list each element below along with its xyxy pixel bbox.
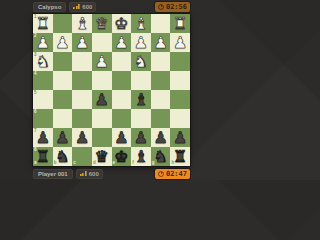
rank-label: 7	[34, 129, 37, 134]
square-d1[interactable]: ♛	[92, 14, 112, 33]
file-label: f	[132, 161, 134, 166]
square-f8[interactable]: f♝	[131, 147, 151, 166]
square-b2[interactable]: ♟	[53, 33, 73, 52]
square-e8[interactable]: e♚	[112, 147, 132, 166]
black-queen[interactable]: ♛	[95, 149, 109, 165]
black-knight[interactable]: ♞	[153, 149, 167, 165]
square-a4[interactable]: 4	[33, 71, 53, 90]
square-e2[interactable]: ♟	[112, 33, 132, 52]
square-c8[interactable]: c	[72, 147, 92, 166]
square-d6[interactable]	[92, 109, 112, 128]
clock-icon	[158, 4, 164, 10]
rank-label: 8	[34, 148, 37, 153]
square-d2[interactable]	[92, 33, 112, 52]
square-b6[interactable]	[53, 109, 73, 128]
bottom-clock-time: 02:47	[166, 170, 187, 178]
white-bishop[interactable]: ♝	[75, 16, 89, 32]
black-bishop[interactable]: ♝	[134, 149, 148, 165]
square-a8[interactable]: 8a♜	[33, 147, 53, 166]
black-bishop[interactable]: ♝	[134, 92, 148, 108]
black-pawn[interactable]: ♟	[134, 130, 148, 146]
white-rook[interactable]: ♜	[36, 16, 50, 32]
square-c6[interactable]	[72, 109, 92, 128]
top-player-rating: 600	[82, 3, 92, 11]
square-b4[interactable]	[53, 71, 73, 90]
square-d5[interactable]: ♟	[92, 90, 112, 109]
rank-label: 3	[34, 53, 37, 58]
square-c7[interactable]: ♟	[72, 128, 92, 147]
square-b3[interactable]	[53, 52, 73, 71]
rank-label: 1	[34, 15, 37, 20]
black-pawn[interactable]: ♟	[114, 130, 128, 146]
square-f1[interactable]: ♝	[131, 14, 151, 33]
rank-label: 2	[34, 34, 37, 39]
file-label: h	[171, 161, 174, 166]
square-g2[interactable]: ♟	[151, 33, 171, 52]
rank-label: 4	[34, 72, 37, 77]
square-h6[interactable]	[170, 109, 190, 128]
black-knight[interactable]: ♞	[55, 149, 69, 165]
white-bishop[interactable]: ♝	[134, 16, 148, 32]
square-b8[interactable]: b♞	[53, 147, 73, 166]
square-f6[interactable]	[131, 109, 151, 128]
file-label: d	[93, 161, 96, 166]
top-player-rating-badge: 600	[69, 2, 96, 12]
white-king[interactable]: ♚	[114, 16, 128, 32]
square-g1[interactable]	[151, 14, 171, 33]
square-a6[interactable]: 6	[33, 109, 53, 128]
black-king[interactable]: ♚	[114, 149, 128, 165]
white-pawn[interactable]: ♟	[55, 35, 69, 51]
top-player-name: Calypso	[33, 2, 66, 12]
white-pawn[interactable]: ♟	[134, 35, 148, 51]
bottom-player-rating: 600	[89, 170, 99, 178]
square-e5[interactable]	[112, 90, 132, 109]
square-c5[interactable]	[72, 90, 92, 109]
square-h4[interactable]	[170, 71, 190, 90]
file-label: e	[113, 161, 116, 166]
square-h7[interactable]: ♟	[170, 128, 190, 147]
square-d7[interactable]	[92, 128, 112, 147]
rating-bars-icon	[73, 4, 80, 9]
square-b1[interactable]	[53, 14, 73, 33]
square-a5[interactable]: 5	[33, 90, 53, 109]
square-a2[interactable]: 2♟	[33, 33, 53, 52]
square-e1[interactable]: ♚	[112, 14, 132, 33]
square-g8[interactable]: g♞	[151, 147, 171, 166]
square-c4[interactable]	[72, 71, 92, 90]
square-f4[interactable]	[131, 71, 151, 90]
top-player-bar: Calypso 600 02:56	[33, 0, 190, 13]
square-f7[interactable]: ♟	[131, 128, 151, 147]
square-c1[interactable]: ♝	[72, 14, 92, 33]
square-b5[interactable]	[53, 90, 73, 109]
square-d3[interactable]: ♟	[92, 52, 112, 71]
top-clock-time: 02:56	[166, 3, 187, 11]
square-g4[interactable]	[151, 71, 171, 90]
bottom-player-bar: Player 001 600 02:47	[33, 167, 190, 180]
square-e7[interactable]: ♟	[112, 128, 132, 147]
white-pawn[interactable]: ♟	[95, 54, 109, 70]
square-g5[interactable]	[151, 90, 171, 109]
square-d4[interactable]	[92, 71, 112, 90]
white-pawn[interactable]: ♟	[36, 35, 50, 51]
square-f3[interactable]: ♞	[131, 52, 151, 71]
square-h2[interactable]: ♟	[170, 33, 190, 52]
rank-label: 6	[34, 110, 37, 115]
white-pawn[interactable]: ♟	[75, 35, 89, 51]
black-pawn[interactable]: ♟	[173, 130, 187, 146]
white-knight[interactable]: ♞	[134, 54, 148, 70]
rank-label: 5	[34, 91, 37, 96]
white-queen[interactable]: ♛	[95, 16, 109, 32]
square-h5[interactable]	[170, 90, 190, 109]
bottom-player-name: Player 001	[33, 169, 73, 179]
white-rook[interactable]: ♜	[173, 16, 187, 32]
black-pawn[interactable]: ♟	[75, 130, 89, 146]
square-f2[interactable]: ♟	[131, 33, 151, 52]
black-pawn[interactable]: ♟	[55, 130, 69, 146]
square-d8[interactable]: d♛	[92, 147, 112, 166]
bottom-player-rating-badge: 600	[76, 169, 103, 179]
file-label: a	[34, 161, 37, 166]
square-h1[interactable]: ♜	[170, 14, 190, 33]
square-c2[interactable]: ♟	[72, 33, 92, 52]
rating-bars-icon	[80, 171, 87, 176]
clock-icon	[158, 171, 164, 177]
square-e3[interactable]	[112, 52, 132, 71]
square-c3[interactable]	[72, 52, 92, 71]
white-pawn[interactable]: ♟	[114, 35, 128, 51]
square-g6[interactable]	[151, 109, 171, 128]
white-pawn[interactable]: ♟	[173, 35, 187, 51]
white-pawn[interactable]: ♟	[153, 35, 167, 51]
square-e6[interactable]	[112, 109, 132, 128]
square-g3[interactable]	[151, 52, 171, 71]
square-b7[interactable]: ♟	[53, 128, 73, 147]
bottom-clock: 02:47	[155, 169, 190, 179]
square-h8[interactable]: h♜	[170, 147, 190, 166]
square-a1[interactable]: 1♜	[33, 14, 53, 33]
square-h3[interactable]	[170, 52, 190, 71]
chess-board[interactable]: 1♜♝♛♚♝♜2♟♟♟♟♟♟♟3♞♟♞45♟♝67♟♟♟♟♟♟♟8a♜b♞cd♛…	[33, 14, 190, 166]
file-label: b	[54, 161, 57, 166]
black-rook[interactable]: ♜	[173, 149, 187, 165]
black-pawn[interactable]: ♟	[95, 92, 109, 108]
square-a7[interactable]: 7♟	[33, 128, 53, 147]
black-pawn[interactable]: ♟	[36, 130, 50, 146]
file-label: g	[152, 161, 155, 166]
black-rook[interactable]: ♜	[36, 149, 50, 165]
square-g7[interactable]: ♟	[151, 128, 171, 147]
black-pawn[interactable]: ♟	[153, 130, 167, 146]
square-a3[interactable]: 3♞	[33, 52, 53, 71]
square-f5[interactable]: ♝	[131, 90, 151, 109]
square-e4[interactable]	[112, 71, 132, 90]
white-knight[interactable]: ♞	[36, 54, 50, 70]
file-label: c	[73, 161, 76, 166]
top-clock: 02:56	[155, 2, 190, 12]
